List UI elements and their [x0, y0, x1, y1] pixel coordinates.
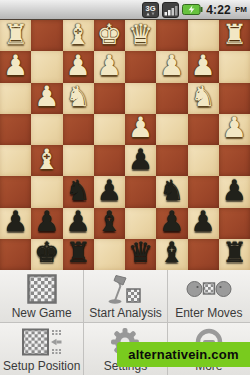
square-e3[interactable]	[94, 83, 125, 114]
square-b1[interactable]	[188, 20, 219, 51]
square-h7[interactable]: ♟	[0, 208, 31, 239]
piece-white-pawn-b2: ♟	[191, 52, 216, 80]
square-h5[interactable]	[0, 145, 31, 176]
piece-white-bishop-f1: ♝	[66, 21, 91, 49]
square-g7[interactable]: ♟	[31, 208, 62, 239]
piece-white-rook-a1: ♜	[222, 21, 247, 49]
menu-item-label: Enter Moves	[175, 306, 242, 320]
square-b3[interactable]: ♞	[188, 83, 219, 114]
square-d5[interactable]: ♟	[125, 145, 156, 176]
piece-black-knight-c6: ♞	[159, 177, 184, 205]
svg-text:3G: 3G	[146, 3, 156, 12]
piece-white-rook-h1: ♜	[3, 21, 28, 49]
piece-white-pawn-d4: ♟	[128, 114, 153, 142]
square-a3[interactable]	[219, 83, 250, 114]
status-bar: 3G 4:22 PM	[0, 0, 250, 20]
menu-item-start-analysis[interactable]: Start Analysis	[83, 270, 166, 322]
piece-black-pawn-f7: ♟	[66, 208, 91, 236]
square-a4[interactable]: ♟	[219, 114, 250, 145]
square-d3[interactable]	[125, 83, 156, 114]
piece-black-pawn-e6: ♟	[97, 177, 122, 205]
app-screen: 3G 4:22 PM ♜♝♚♛♜♟♟♟♟♟♟♞♞♟♟♝♟♞♟♞♟♟	[0, 0, 250, 375]
square-h6[interactable]	[0, 176, 31, 207]
square-a5[interactable]	[219, 145, 250, 176]
square-d7[interactable]	[125, 208, 156, 239]
square-g2[interactable]	[31, 51, 62, 82]
square-f8[interactable]: ♜	[63, 239, 94, 270]
square-g6[interactable]	[31, 176, 62, 207]
piece-white-knight-f3: ♞	[66, 83, 91, 111]
mobile-network-3g-icon: 3G	[142, 2, 159, 18]
piece-white-bishop-g5: ♝	[34, 146, 59, 174]
piece-white-pawn-g3: ♟	[34, 83, 59, 111]
chessboard-icon	[27, 273, 57, 304]
piece-white-king-e1: ♚	[97, 21, 122, 49]
square-d8[interactable]: ♛	[125, 239, 156, 270]
square-h2[interactable]: ♟	[0, 51, 31, 82]
square-c3[interactable]	[156, 83, 187, 114]
square-h8[interactable]	[0, 239, 31, 270]
square-f4[interactable]	[63, 114, 94, 145]
square-c7[interactable]: ♟	[156, 208, 187, 239]
menu-item-label: Start Analysis	[89, 306, 162, 320]
square-d4[interactable]: ♟	[125, 114, 156, 145]
square-e6[interactable]: ♟	[94, 176, 125, 207]
piece-black-pawn-h7: ♟	[3, 208, 28, 236]
square-c2[interactable]: ♟	[156, 51, 187, 82]
square-e4[interactable]	[94, 114, 125, 145]
square-f3[interactable]: ♞	[63, 83, 94, 114]
square-e8[interactable]	[94, 239, 125, 270]
piece-white-pawn-c2: ♟	[159, 52, 184, 80]
piece-black-queen-d8: ♛	[128, 239, 153, 267]
square-c1[interactable]	[156, 20, 187, 51]
square-c5[interactable]	[156, 145, 187, 176]
square-d2[interactable]	[125, 51, 156, 82]
piece-black-rook-f8: ♜	[66, 239, 91, 267]
square-h1[interactable]: ♜	[0, 20, 31, 51]
square-b5[interactable]	[188, 145, 219, 176]
piece-white-pawn-e2: ♟	[97, 52, 122, 80]
square-g1[interactable]	[31, 20, 62, 51]
piece-black-bishop-c8: ♝	[159, 239, 184, 267]
square-h3[interactable]	[0, 83, 31, 114]
piece-black-knight-f6: ♞	[66, 177, 91, 205]
square-h4[interactable]	[0, 114, 31, 145]
piece-black-pawn-b7: ♟	[191, 208, 216, 236]
piece-black-king-g8: ♚	[34, 239, 59, 267]
chessboard-edit-arrow-icon	[22, 326, 62, 357]
square-a6[interactable]: ♟	[219, 176, 250, 207]
square-b4[interactable]	[188, 114, 219, 145]
square-e5[interactable]	[94, 145, 125, 176]
square-c8[interactable]: ♝	[156, 239, 187, 270]
piece-white-pawn-f2: ♟	[66, 52, 91, 80]
piece-white-pawn-a4: ♟	[222, 114, 247, 142]
menu-item-label: New Game	[12, 306, 72, 320]
square-a7[interactable]	[219, 208, 250, 239]
piece-black-bishop-e7: ♝	[97, 208, 122, 236]
battery-charging-icon	[182, 3, 203, 16]
piece-white-knight-b3: ♞	[191, 83, 216, 111]
two-players-chessboard-icon	[186, 273, 232, 304]
square-f6[interactable]: ♞	[63, 176, 94, 207]
square-d6[interactable]	[125, 176, 156, 207]
square-g3[interactable]: ♟	[31, 83, 62, 114]
square-e2[interactable]: ♟	[94, 51, 125, 82]
square-e7[interactable]: ♝	[94, 208, 125, 239]
square-a8[interactable]: ♜	[219, 239, 250, 270]
menu-item-label: Setup Position	[3, 359, 80, 373]
piece-black-pawn-d5: ♟	[128, 146, 153, 174]
menu-item-new-game[interactable]: New Game	[0, 270, 83, 322]
menu-item-setup-position[interactable]: Setup Position	[0, 322, 83, 375]
piece-black-rook-a8: ♜	[222, 239, 247, 267]
signal-strength-icon	[162, 2, 179, 18]
square-g8[interactable]: ♚	[31, 239, 62, 270]
lamp-over-chessboard-icon	[107, 273, 143, 304]
square-b7[interactable]: ♟	[188, 208, 219, 239]
piece-black-pawn-a6: ♟	[222, 177, 247, 205]
square-f5[interactable]	[63, 145, 94, 176]
square-f1[interactable]: ♝	[63, 20, 94, 51]
watermark-banner: alternativein.com	[117, 342, 250, 367]
square-a1[interactable]: ♜	[219, 20, 250, 51]
square-b2[interactable]: ♟	[188, 51, 219, 82]
square-b8[interactable]	[188, 239, 219, 270]
square-f7[interactable]: ♟	[63, 208, 94, 239]
square-c4[interactable]	[156, 114, 187, 145]
piece-white-queen-d1: ♛	[128, 21, 153, 49]
square-e1[interactable]: ♚	[94, 20, 125, 51]
clock-meridiem: PM	[235, 5, 247, 14]
menu-item-enter-moves[interactable]: Enter Moves	[167, 270, 250, 322]
square-f2[interactable]: ♟	[63, 51, 94, 82]
chess-board: ♜♝♚♛♜♟♟♟♟♟♟♞♞♟♟♝♟♞♟♞♟♟♟♟♝♟♟♚♜♛♝♜	[0, 20, 250, 270]
square-g5[interactable]: ♝	[31, 145, 62, 176]
square-a2[interactable]	[219, 51, 250, 82]
piece-black-pawn-c7: ♟	[159, 208, 184, 236]
square-b6[interactable]	[188, 176, 219, 207]
clock-time: 4:22	[206, 3, 231, 17]
square-c6[interactable]: ♞	[156, 176, 187, 207]
piece-white-pawn-h2: ♟	[3, 52, 28, 80]
square-g4[interactable]	[31, 114, 62, 145]
square-d1[interactable]: ♛	[125, 20, 156, 51]
piece-black-pawn-g7: ♟	[34, 208, 59, 236]
